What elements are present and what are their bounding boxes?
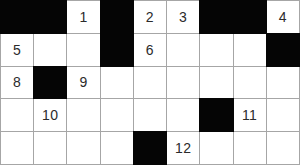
- crossword-cell[interactable]: [67, 34, 99, 66]
- crossword-grid: 12345689101112: [0, 0, 300, 165]
- crossword-cell[interactable]: 1: [67, 1, 99, 33]
- crossword-cell[interactable]: [234, 34, 266, 66]
- crossword-cell[interactable]: [67, 99, 99, 131]
- crossword-cell[interactable]: [101, 67, 133, 99]
- crossword-cell[interactable]: [267, 132, 299, 164]
- crossword-cell[interactable]: [134, 99, 166, 131]
- crossword-cell[interactable]: [67, 132, 99, 164]
- clue-number: 6: [146, 43, 154, 57]
- clue-number: 5: [13, 43, 21, 57]
- block-cell: [101, 34, 133, 66]
- block-cell: [134, 132, 166, 164]
- clue-number: 12: [175, 141, 192, 155]
- block-cell: [200, 99, 232, 131]
- crossword-cell[interactable]: [134, 67, 166, 99]
- crossword-cell[interactable]: [267, 67, 299, 99]
- crossword-cell[interactable]: 8: [1, 67, 33, 99]
- crossword-cell[interactable]: [1, 99, 33, 131]
- crossword-cell[interactable]: 3: [167, 1, 199, 33]
- crossword-cell[interactable]: 10: [34, 99, 66, 131]
- crossword-cell[interactable]: [234, 67, 266, 99]
- block-cell: [200, 1, 232, 33]
- crossword-cell[interactable]: 12: [167, 132, 199, 164]
- crossword-cell[interactable]: [167, 34, 199, 66]
- clue-number: 11: [242, 108, 258, 122]
- clue-number: 2: [146, 10, 154, 24]
- block-cell: [34, 67, 66, 99]
- crossword-cell[interactable]: [34, 34, 66, 66]
- crossword-cell[interactable]: 11: [234, 99, 266, 131]
- crossword-cell[interactable]: [1, 132, 33, 164]
- crossword-cell[interactable]: [167, 67, 199, 99]
- crossword-cell[interactable]: 9: [67, 67, 99, 99]
- crossword-cell[interactable]: [200, 67, 232, 99]
- crossword-cell[interactable]: 2: [134, 1, 166, 33]
- crossword-cell[interactable]: [267, 99, 299, 131]
- crossword-cell[interactable]: 6: [134, 34, 166, 66]
- clue-number: 3: [179, 10, 187, 24]
- block-cell: [267, 34, 299, 66]
- crossword-cell[interactable]: [200, 34, 232, 66]
- crossword-cell[interactable]: 4: [267, 1, 299, 33]
- crossword-cell[interactable]: [34, 132, 66, 164]
- block-cell: [1, 1, 33, 33]
- crossword-cell[interactable]: [200, 132, 232, 164]
- clue-number: 10: [42, 108, 59, 122]
- crossword-cell[interactable]: [234, 132, 266, 164]
- crossword-cell[interactable]: [167, 99, 199, 131]
- clue-number: 8: [13, 75, 21, 89]
- block-cell: [234, 1, 266, 33]
- block-cell: [101, 1, 133, 33]
- clue-number: 1: [79, 10, 87, 24]
- crossword-cell[interactable]: 5: [1, 34, 33, 66]
- clue-number: 4: [279, 10, 287, 24]
- crossword-cell[interactable]: [101, 99, 133, 131]
- clue-number: 9: [79, 75, 87, 89]
- block-cell: [34, 1, 66, 33]
- crossword-cell[interactable]: [101, 132, 133, 164]
